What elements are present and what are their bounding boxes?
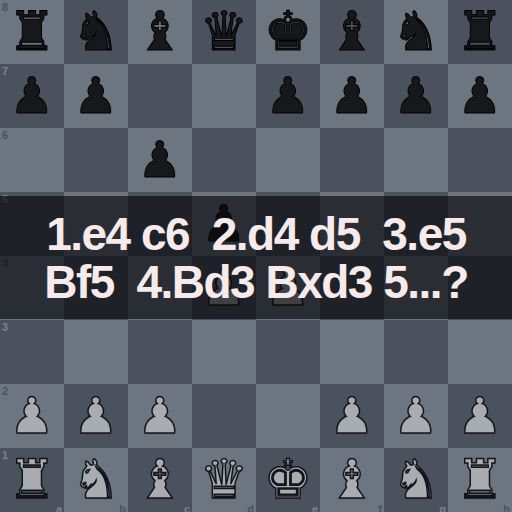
square-f7[interactable]: ♟ bbox=[320, 64, 384, 128]
black-knight-g8[interactable]: ♞ bbox=[384, 0, 448, 64]
square-c1[interactable]: ♝c bbox=[128, 448, 192, 512]
white-queen-d1[interactable]: ♛ bbox=[192, 448, 256, 512]
white-bishop-c1[interactable]: ♝ bbox=[128, 448, 192, 512]
square-c7[interactable] bbox=[128, 64, 192, 128]
square-b2[interactable]: ♟ bbox=[64, 384, 128, 448]
square-c3[interactable] bbox=[128, 320, 192, 384]
square-d7[interactable] bbox=[192, 64, 256, 128]
square-a7[interactable]: ♟7 bbox=[0, 64, 64, 128]
square-f6[interactable] bbox=[320, 128, 384, 192]
square-a8[interactable]: ♜8 bbox=[0, 0, 64, 64]
square-f2[interactable]: ♟ bbox=[320, 384, 384, 448]
square-g1[interactable]: ♞g bbox=[384, 448, 448, 512]
black-knight-b8[interactable]: ♞ bbox=[64, 0, 128, 64]
square-h6[interactable] bbox=[448, 128, 512, 192]
move-text-line-2: Bf5 4.Bd3 Bxd3 5...? bbox=[44, 258, 468, 306]
square-g6[interactable] bbox=[384, 128, 448, 192]
chess-app: ♜8♞♝♛♚♝♞♜♟7♟♟♟♟♟6♟5♟4♟♟3♟2♟♟♟♟♟♜1a♞b♝c♛d… bbox=[0, 0, 512, 512]
white-bishop-f1[interactable]: ♝ bbox=[320, 448, 384, 512]
white-king-e1[interactable]: ♚ bbox=[256, 448, 320, 512]
black-rook-h8[interactable]: ♜ bbox=[448, 0, 512, 64]
rank-label-3: 3 bbox=[2, 321, 8, 333]
black-bishop-f8[interactable]: ♝ bbox=[320, 0, 384, 64]
black-pawn-a7[interactable]: ♟ bbox=[0, 64, 64, 128]
black-pawn-g7[interactable]: ♟ bbox=[384, 64, 448, 128]
white-knight-b1[interactable]: ♞ bbox=[64, 448, 128, 512]
square-f8[interactable]: ♝ bbox=[320, 0, 384, 64]
black-pawn-f7[interactable]: ♟ bbox=[320, 64, 384, 128]
square-e1[interactable]: ♚e bbox=[256, 448, 320, 512]
square-a3[interactable]: 3 bbox=[0, 320, 64, 384]
white-pawn-f2[interactable]: ♟ bbox=[320, 384, 384, 448]
white-pawn-b2[interactable]: ♟ bbox=[64, 384, 128, 448]
square-f3[interactable] bbox=[320, 320, 384, 384]
square-f1[interactable]: ♝f bbox=[320, 448, 384, 512]
black-queen-d8[interactable]: ♛ bbox=[192, 0, 256, 64]
square-g3[interactable] bbox=[384, 320, 448, 384]
square-h7[interactable]: ♟ bbox=[448, 64, 512, 128]
square-a2[interactable]: ♟2 bbox=[0, 384, 64, 448]
white-pawn-g2[interactable]: ♟ bbox=[384, 384, 448, 448]
square-g8[interactable]: ♞ bbox=[384, 0, 448, 64]
square-b8[interactable]: ♞ bbox=[64, 0, 128, 64]
square-e6[interactable] bbox=[256, 128, 320, 192]
square-b6[interactable] bbox=[64, 128, 128, 192]
black-king-e8[interactable]: ♚ bbox=[256, 0, 320, 64]
square-e3[interactable] bbox=[256, 320, 320, 384]
black-pawn-b7[interactable]: ♟ bbox=[64, 64, 128, 128]
square-g2[interactable]: ♟ bbox=[384, 384, 448, 448]
square-d1[interactable]: ♛d bbox=[192, 448, 256, 512]
move-list-overlay: 1.e4 c6 2.d4 d5 3.e5 Bf5 4.Bd3 Bxd3 5...… bbox=[0, 196, 512, 319]
square-d3[interactable] bbox=[192, 320, 256, 384]
square-d8[interactable]: ♛ bbox=[192, 0, 256, 64]
square-b7[interactable]: ♟ bbox=[64, 64, 128, 128]
black-rook-a8[interactable]: ♜ bbox=[0, 0, 64, 64]
white-rook-a1[interactable]: ♜ bbox=[0, 448, 64, 512]
black-bishop-c8[interactable]: ♝ bbox=[128, 0, 192, 64]
black-pawn-h7[interactable]: ♟ bbox=[448, 64, 512, 128]
white-pawn-h2[interactable]: ♟ bbox=[448, 384, 512, 448]
white-pawn-c2[interactable]: ♟ bbox=[128, 384, 192, 448]
square-b1[interactable]: ♞b bbox=[64, 448, 128, 512]
square-e8[interactable]: ♚ bbox=[256, 0, 320, 64]
square-h3[interactable] bbox=[448, 320, 512, 384]
white-rook-h1[interactable]: ♜ bbox=[448, 448, 512, 512]
black-pawn-c6[interactable]: ♟ bbox=[128, 128, 192, 192]
rank-label-6: 6 bbox=[2, 129, 8, 141]
white-knight-g1[interactable]: ♞ bbox=[384, 448, 448, 512]
square-c2[interactable]: ♟ bbox=[128, 384, 192, 448]
white-pawn-a2[interactable]: ♟ bbox=[0, 384, 64, 448]
square-a6[interactable]: 6 bbox=[0, 128, 64, 192]
square-b3[interactable] bbox=[64, 320, 128, 384]
move-text-line-1: 1.e4 c6 2.d4 d5 3.e5 bbox=[46, 210, 466, 258]
square-d2[interactable] bbox=[192, 384, 256, 448]
square-a1[interactable]: ♜1a bbox=[0, 448, 64, 512]
square-h1[interactable]: ♜h bbox=[448, 448, 512, 512]
square-g7[interactable]: ♟ bbox=[384, 64, 448, 128]
square-c8[interactable]: ♝ bbox=[128, 0, 192, 64]
square-h2[interactable]: ♟ bbox=[448, 384, 512, 448]
square-h8[interactable]: ♜ bbox=[448, 0, 512, 64]
square-d6[interactable] bbox=[192, 128, 256, 192]
square-e2[interactable] bbox=[256, 384, 320, 448]
black-pawn-e7[interactable]: ♟ bbox=[256, 64, 320, 128]
square-c6[interactable]: ♟ bbox=[128, 128, 192, 192]
square-e7[interactable]: ♟ bbox=[256, 64, 320, 128]
